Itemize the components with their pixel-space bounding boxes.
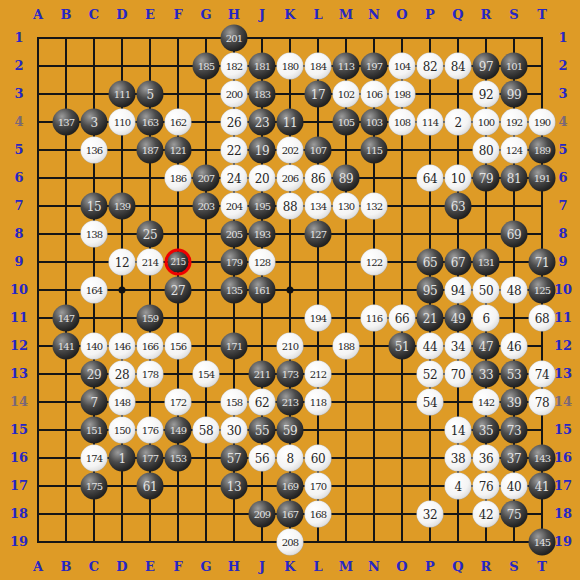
stone-C16[interactable]: 174 xyxy=(81,445,108,472)
stone-D14[interactable]: 148 xyxy=(109,389,136,416)
row-label-3: 3 xyxy=(6,80,32,108)
stone-S8[interactable]: 69 xyxy=(501,221,528,248)
move-number: 19 xyxy=(255,144,269,156)
stone-P14[interactable]: 54 xyxy=(417,389,444,416)
stone-R10[interactable]: 50 xyxy=(473,277,500,304)
stone-J9[interactable]: 128 xyxy=(249,249,276,276)
move-number: 64 xyxy=(423,172,437,184)
stone-T14[interactable]: 78 xyxy=(529,389,556,416)
move-number: 168 xyxy=(310,509,327,519)
stone-E15[interactable]: 176 xyxy=(137,417,164,444)
move-number: 15 xyxy=(87,200,101,212)
move-number: 10 xyxy=(451,172,465,184)
stone-P18[interactable]: 32 xyxy=(417,501,444,528)
row-label-15: 15 xyxy=(6,416,32,444)
stone-S10[interactable]: 48 xyxy=(501,277,528,304)
stone-S12[interactable]: 46 xyxy=(501,333,528,360)
stone-K16[interactable]: 8 xyxy=(277,445,304,472)
move-number: 1 xyxy=(118,452,125,464)
stone-K14[interactable]: 213 xyxy=(277,389,304,416)
move-number: 136 xyxy=(86,145,103,155)
stone-Q15[interactable]: 14 xyxy=(445,417,472,444)
stone-T13[interactable]: 74 xyxy=(529,361,556,388)
move-number: 213 xyxy=(282,397,299,407)
stone-K18[interactable]: 167 xyxy=(277,501,304,528)
row-label-8: 8 xyxy=(6,220,32,248)
col-label-K: K xyxy=(276,5,304,25)
stone-Q17[interactable]: 4 xyxy=(445,473,472,500)
stone-E8[interactable]: 25 xyxy=(137,221,164,248)
stone-Q4[interactable]: 2 xyxy=(445,109,472,136)
stone-E4[interactable]: 163 xyxy=(137,109,164,136)
move-number: 128 xyxy=(254,257,271,267)
stone-S16[interactable]: 37 xyxy=(501,445,528,472)
stone-J13[interactable]: 211 xyxy=(249,361,276,388)
move-number: 53 xyxy=(507,368,521,380)
move-number: 177 xyxy=(142,453,159,463)
stone-G13[interactable]: 154 xyxy=(193,361,220,388)
move-number: 108 xyxy=(394,117,411,127)
stone-L2[interactable]: 184 xyxy=(305,53,332,80)
stone-S15[interactable]: 73 xyxy=(501,417,528,444)
stone-Q2[interactable]: 84 xyxy=(445,53,472,80)
stone-D13[interactable]: 28 xyxy=(109,361,136,388)
stone-M4[interactable]: 105 xyxy=(333,109,360,136)
stone-L14[interactable]: 118 xyxy=(305,389,332,416)
move-number: 118 xyxy=(310,397,327,407)
stone-R15[interactable]: 35 xyxy=(473,417,500,444)
stone-H5[interactable]: 22 xyxy=(221,137,248,164)
stone-P2[interactable]: 82 xyxy=(417,53,444,80)
stone-S5[interactable]: 124 xyxy=(501,137,528,164)
move-number: 100 xyxy=(478,117,495,127)
stone-J2[interactable]: 181 xyxy=(249,53,276,80)
stone-J10[interactable]: 161 xyxy=(249,277,276,304)
stone-K13[interactable]: 173 xyxy=(277,361,304,388)
stone-D4[interactable]: 110 xyxy=(109,109,136,136)
move-number: 28 xyxy=(115,368,129,380)
stone-J6[interactable]: 20 xyxy=(249,165,276,192)
stone-K12[interactable]: 210 xyxy=(277,333,304,360)
stone-O2[interactable]: 104 xyxy=(389,53,416,80)
stone-G7[interactable]: 203 xyxy=(193,193,220,220)
stone-E3[interactable]: 5 xyxy=(137,81,164,108)
move-number: 73 xyxy=(507,424,521,436)
move-number: 135 xyxy=(226,285,243,295)
row-label-5: 5 xyxy=(6,136,32,164)
stone-G6[interactable]: 207 xyxy=(193,165,220,192)
stone-H17[interactable]: 13 xyxy=(221,473,248,500)
row-label-18: 18 xyxy=(6,500,32,528)
move-number: 67 xyxy=(451,256,465,268)
col-label-G: G xyxy=(192,557,220,577)
stone-D12[interactable]: 146 xyxy=(109,333,136,360)
stone-D15[interactable]: 150 xyxy=(109,417,136,444)
move-number: 138 xyxy=(86,229,103,239)
stone-M7[interactable]: 130 xyxy=(333,193,360,220)
move-number: 84 xyxy=(451,60,465,72)
stone-N7[interactable]: 132 xyxy=(361,193,388,220)
row-label-14: 14 xyxy=(6,388,32,416)
stone-T16[interactable]: 143 xyxy=(529,445,556,472)
stone-G2[interactable]: 185 xyxy=(193,53,220,80)
stone-K15[interactable]: 59 xyxy=(277,417,304,444)
stone-H16[interactable]: 57 xyxy=(221,445,248,472)
move-number: 148 xyxy=(114,397,131,407)
move-number: 182 xyxy=(226,61,243,71)
stone-H7[interactable]: 204 xyxy=(221,193,248,220)
move-number: 80 xyxy=(479,144,493,156)
stone-T4[interactable]: 190 xyxy=(529,109,556,136)
move-number: 143 xyxy=(534,453,551,463)
col-label-R: R xyxy=(472,557,500,577)
stone-O3[interactable]: 198 xyxy=(389,81,416,108)
stone-T10[interactable]: 125 xyxy=(529,277,556,304)
stone-C17[interactable]: 175 xyxy=(81,473,108,500)
stone-R2[interactable]: 97 xyxy=(473,53,500,80)
stone-L8[interactable]: 127 xyxy=(305,221,332,248)
stone-Q12[interactable]: 34 xyxy=(445,333,472,360)
col-label-O: O xyxy=(388,5,416,25)
col-label-B: B xyxy=(52,557,80,577)
stone-S2[interactable]: 101 xyxy=(501,53,528,80)
stone-N2[interactable]: 197 xyxy=(361,53,388,80)
move-number: 187 xyxy=(142,145,159,155)
stone-N11[interactable]: 116 xyxy=(361,305,388,332)
stone-R14[interactable]: 142 xyxy=(473,389,500,416)
stone-K6[interactable]: 206 xyxy=(277,165,304,192)
stone-L11[interactable]: 194 xyxy=(305,305,332,332)
stone-R13[interactable]: 33 xyxy=(473,361,500,388)
stone-E13[interactable]: 178 xyxy=(137,361,164,388)
stone-P12[interactable]: 44 xyxy=(417,333,444,360)
stone-M2[interactable]: 113 xyxy=(333,53,360,80)
move-number: 88 xyxy=(283,200,297,212)
stone-T19[interactable]: 145 xyxy=(529,529,556,556)
go-board: ABCDEFGHJKLMNOPQRST ABCDEFGHJKLMNOPQRST … xyxy=(0,0,580,580)
stone-B4[interactable]: 137 xyxy=(53,109,80,136)
stone-F10[interactable]: 27 xyxy=(165,277,192,304)
move-number: 140 xyxy=(86,341,103,351)
move-number: 189 xyxy=(534,145,551,155)
move-number: 142 xyxy=(478,397,495,407)
row-label-11: 11 xyxy=(6,304,32,332)
stone-S14[interactable]: 39 xyxy=(501,389,528,416)
move-number: 35 xyxy=(479,424,493,436)
move-number: 192 xyxy=(506,117,523,127)
move-number: 59 xyxy=(283,424,297,436)
move-number: 37 xyxy=(507,452,521,464)
move-number: 169 xyxy=(282,481,299,491)
stone-T6[interactable]: 191 xyxy=(529,165,556,192)
stone-Q6[interactable]: 10 xyxy=(445,165,472,192)
stone-E5[interactable]: 187 xyxy=(137,137,164,164)
stone-H6[interactable]: 24 xyxy=(221,165,248,192)
col-label-L: L xyxy=(304,557,332,577)
stone-L17[interactable]: 170 xyxy=(305,473,332,500)
stone-C5[interactable]: 136 xyxy=(81,137,108,164)
move-number: 2 xyxy=(454,116,461,128)
move-number: 62 xyxy=(255,396,269,408)
stone-J3[interactable]: 183 xyxy=(249,81,276,108)
stone-J18[interactable]: 209 xyxy=(249,501,276,528)
stone-M6[interactable]: 89 xyxy=(333,165,360,192)
stone-D3[interactable]: 111 xyxy=(109,81,136,108)
stone-R16[interactable]: 36 xyxy=(473,445,500,472)
col-label-Q: Q xyxy=(444,5,472,25)
stone-S3[interactable]: 99 xyxy=(501,81,528,108)
move-number: 27 xyxy=(171,284,185,296)
row-label-9: 9 xyxy=(6,248,32,276)
stone-T11[interactable]: 68 xyxy=(529,305,556,332)
stone-D16[interactable]: 1 xyxy=(109,445,136,472)
stone-Q9[interactable]: 67 xyxy=(445,249,472,276)
move-number: 198 xyxy=(394,89,411,99)
stone-Q7[interactable]: 63 xyxy=(445,193,472,220)
stone-C13[interactable]: 29 xyxy=(81,361,108,388)
stone-C4[interactable]: 3 xyxy=(81,109,108,136)
row-label-7: 7 xyxy=(6,192,32,220)
move-number: 214 xyxy=(142,257,159,267)
move-number: 26 xyxy=(227,116,241,128)
stone-K7[interactable]: 88 xyxy=(277,193,304,220)
stone-L13[interactable]: 212 xyxy=(305,361,332,388)
move-number: 50 xyxy=(479,284,493,296)
stone-K19[interactable]: 208 xyxy=(277,529,304,556)
stone-K17[interactable]: 169 xyxy=(277,473,304,500)
move-number: 94 xyxy=(451,284,465,296)
stone-H10[interactable]: 135 xyxy=(221,277,248,304)
move-number: 20 xyxy=(255,172,269,184)
stone-Q16[interactable]: 38 xyxy=(445,445,472,472)
move-number: 3 xyxy=(90,116,97,128)
stone-J7[interactable]: 195 xyxy=(249,193,276,220)
stone-S4[interactable]: 192 xyxy=(501,109,528,136)
stone-N5[interactable]: 115 xyxy=(361,137,388,164)
stone-R9[interactable]: 131 xyxy=(473,249,500,276)
stone-P6[interactable]: 64 xyxy=(417,165,444,192)
stone-H12[interactable]: 171 xyxy=(221,333,248,360)
move-number: 188 xyxy=(338,341,355,351)
stone-J8[interactable]: 193 xyxy=(249,221,276,248)
col-label-M: M xyxy=(332,5,360,25)
move-number: 24 xyxy=(227,172,241,184)
stone-J16[interactable]: 56 xyxy=(249,445,276,472)
stone-R6[interactable]: 79 xyxy=(473,165,500,192)
stone-E9[interactable]: 214 xyxy=(137,249,164,276)
move-number: 36 xyxy=(479,452,493,464)
stone-K2[interactable]: 180 xyxy=(277,53,304,80)
stone-Q11[interactable]: 49 xyxy=(445,305,472,332)
col-label-D: D xyxy=(108,5,136,25)
stone-Q10[interactable]: 94 xyxy=(445,277,472,304)
stone-Q13[interactable]: 70 xyxy=(445,361,472,388)
move-number: 78 xyxy=(535,396,549,408)
move-number: 113 xyxy=(338,61,355,71)
move-number: 13 xyxy=(227,480,241,492)
stone-J4[interactable]: 23 xyxy=(249,109,276,136)
move-number: 150 xyxy=(114,425,131,435)
row-label-2: 2 xyxy=(6,52,32,80)
move-number: 191 xyxy=(534,173,551,183)
move-number: 162 xyxy=(170,117,187,127)
move-number: 105 xyxy=(338,117,355,127)
col-label-N: N xyxy=(360,5,388,25)
stone-F6[interactable]: 186 xyxy=(165,165,192,192)
stone-F14[interactable]: 172 xyxy=(165,389,192,416)
move-number: 193 xyxy=(254,229,271,239)
stone-O11[interactable]: 66 xyxy=(389,305,416,332)
move-number: 184 xyxy=(310,61,327,71)
stone-P11[interactable]: 21 xyxy=(417,305,444,332)
stone-N9[interactable]: 122 xyxy=(361,249,388,276)
stone-F16[interactable]: 153 xyxy=(165,445,192,472)
move-number: 55 xyxy=(255,424,269,436)
stone-C7[interactable]: 15 xyxy=(81,193,108,220)
move-number: 131 xyxy=(478,257,495,267)
move-number: 66 xyxy=(395,312,409,324)
stone-S18[interactable]: 75 xyxy=(501,501,528,528)
stone-F9[interactable]: 215 xyxy=(165,249,192,276)
stone-G15[interactable]: 58 xyxy=(193,417,220,444)
stone-K5[interactable]: 202 xyxy=(277,137,304,164)
stone-L7[interactable]: 134 xyxy=(305,193,332,220)
move-number: 190 xyxy=(534,117,551,127)
move-number: 137 xyxy=(58,117,75,127)
move-number: 107 xyxy=(310,145,327,155)
stone-R4[interactable]: 100 xyxy=(473,109,500,136)
stone-L3[interactable]: 17 xyxy=(305,81,332,108)
stone-E17[interactable]: 61 xyxy=(137,473,164,500)
stone-P4[interactable]: 114 xyxy=(417,109,444,136)
move-number: 114 xyxy=(422,117,439,127)
move-number: 23 xyxy=(255,116,269,128)
row-label-8: 8 xyxy=(550,220,576,248)
stone-F12[interactable]: 156 xyxy=(165,333,192,360)
stone-E12[interactable]: 166 xyxy=(137,333,164,360)
stone-N3[interactable]: 106 xyxy=(361,81,388,108)
col-label-E: E xyxy=(136,5,164,25)
stone-T9[interactable]: 71 xyxy=(529,249,556,276)
stone-M3[interactable]: 102 xyxy=(333,81,360,108)
move-number: 203 xyxy=(198,201,215,211)
stone-T17[interactable]: 41 xyxy=(529,473,556,500)
move-number: 39 xyxy=(507,396,521,408)
stone-K4[interactable]: 11 xyxy=(277,109,304,136)
stone-O4[interactable]: 108 xyxy=(389,109,416,136)
stone-H3[interactable]: 200 xyxy=(221,81,248,108)
stone-F4[interactable]: 162 xyxy=(165,109,192,136)
stone-R5[interactable]: 80 xyxy=(473,137,500,164)
stone-C10[interactable]: 164 xyxy=(81,277,108,304)
move-number: 181 xyxy=(254,61,271,71)
col-label-H: H xyxy=(220,557,248,577)
move-number: 86 xyxy=(311,172,325,184)
stone-F5[interactable]: 121 xyxy=(165,137,192,164)
stone-B11[interactable]: 147 xyxy=(53,305,80,332)
move-number: 211 xyxy=(254,369,271,379)
stone-E16[interactable]: 177 xyxy=(137,445,164,472)
stone-R11[interactable]: 6 xyxy=(473,305,500,332)
col-label-D: D xyxy=(108,557,136,577)
move-number: 172 xyxy=(170,397,187,407)
move-number: 180 xyxy=(282,61,299,71)
stone-C12[interactable]: 140 xyxy=(81,333,108,360)
col-label-C: C xyxy=(80,557,108,577)
stone-J5[interactable]: 19 xyxy=(249,137,276,164)
stone-C14[interactable]: 7 xyxy=(81,389,108,416)
col-label-J: J xyxy=(248,557,276,577)
move-number: 159 xyxy=(142,313,159,323)
stone-B12[interactable]: 141 xyxy=(53,333,80,360)
move-number: 139 xyxy=(114,201,131,211)
stone-F15[interactable]: 149 xyxy=(165,417,192,444)
stone-R3[interactable]: 92 xyxy=(473,81,500,108)
stone-C15[interactable]: 151 xyxy=(81,417,108,444)
stone-J15[interactable]: 55 xyxy=(249,417,276,444)
stone-R12[interactable]: 47 xyxy=(473,333,500,360)
move-number: 121 xyxy=(170,145,187,155)
stone-P9[interactable]: 65 xyxy=(417,249,444,276)
stone-H8[interactable]: 205 xyxy=(221,221,248,248)
stone-L6[interactable]: 86 xyxy=(305,165,332,192)
move-number: 204 xyxy=(226,201,243,211)
move-number: 209 xyxy=(254,509,271,519)
move-number: 57 xyxy=(227,452,241,464)
stone-L5[interactable]: 107 xyxy=(305,137,332,164)
stone-N4[interactable]: 103 xyxy=(361,109,388,136)
stone-R17[interactable]: 76 xyxy=(473,473,500,500)
move-number: 215 xyxy=(171,258,186,267)
stone-M12[interactable]: 188 xyxy=(333,333,360,360)
stone-T5[interactable]: 189 xyxy=(529,137,556,164)
row-label-7: 7 xyxy=(550,192,576,220)
stone-S17[interactable]: 40 xyxy=(501,473,528,500)
stone-S13[interactable]: 53 xyxy=(501,361,528,388)
stone-H2[interactable]: 182 xyxy=(221,53,248,80)
stone-P13[interactable]: 52 xyxy=(417,361,444,388)
stone-P10[interactable]: 95 xyxy=(417,277,444,304)
stone-O12[interactable]: 51 xyxy=(389,333,416,360)
move-number: 46 xyxy=(507,340,521,352)
stone-H4[interactable]: 26 xyxy=(221,109,248,136)
stone-H9[interactable]: 179 xyxy=(221,249,248,276)
row-label-15: 15 xyxy=(550,416,576,444)
stone-L18[interactable]: 168 xyxy=(305,501,332,528)
stone-D7[interactable]: 139 xyxy=(109,193,136,220)
move-number: 202 xyxy=(282,145,299,155)
move-number: 183 xyxy=(254,89,271,99)
move-number: 156 xyxy=(170,341,187,351)
stone-J14[interactable]: 62 xyxy=(249,389,276,416)
col-label-P: P xyxy=(416,5,444,25)
stone-R18[interactable]: 42 xyxy=(473,501,500,528)
move-number: 7 xyxy=(90,396,97,408)
move-number: 132 xyxy=(366,201,383,211)
stone-H14[interactable]: 158 xyxy=(221,389,248,416)
move-number: 42 xyxy=(479,508,493,520)
stone-C8[interactable]: 138 xyxy=(81,221,108,248)
stone-S6[interactable]: 81 xyxy=(501,165,528,192)
stone-H15[interactable]: 30 xyxy=(221,417,248,444)
stone-D9[interactable]: 12 xyxy=(109,249,136,276)
move-number: 97 xyxy=(479,60,493,72)
stone-L16[interactable]: 60 xyxy=(305,445,332,472)
stone-H1[interactable]: 201 xyxy=(221,25,248,52)
col-label-J: J xyxy=(248,5,276,25)
stone-E11[interactable]: 159 xyxy=(137,305,164,332)
move-number: 54 xyxy=(423,396,437,408)
